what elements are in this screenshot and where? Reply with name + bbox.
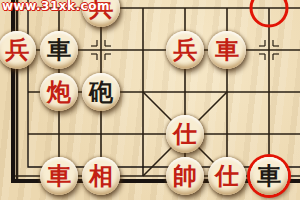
piece-red-cannon[interactable]: 炮 [40,73,78,111]
piece-red-chariot[interactable]: 車 [40,157,78,195]
watermark: www.31xk.com [2,0,110,13]
piece-red-chariot[interactable]: 車 [208,31,246,69]
piece-black-cannon[interactable]: 砲 [82,73,120,111]
piece-black-chariot[interactable]: 車 [40,31,78,69]
piece-red-advisor[interactable]: 仕 [208,157,246,195]
piece-red-general[interactable]: 帥 [166,157,204,195]
piece-red-advisor[interactable]: 仕 [166,115,204,153]
piece-red-elephant[interactable]: 相 [82,157,120,195]
piece-red-soldier[interactable]: 兵 [166,31,204,69]
xiangqi-board: 兵兵車兵車炮砲仕車相帥仕車 www.31xk.com [0,0,300,200]
piece-black-chariot[interactable]: 車 [250,157,288,195]
